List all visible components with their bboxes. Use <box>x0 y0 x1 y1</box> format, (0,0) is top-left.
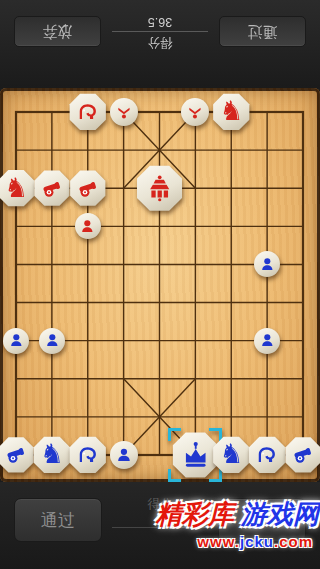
pawn-icon <box>259 332 276 349</box>
piece-red-pawn[interactable] <box>75 213 101 239</box>
score-divider <box>112 32 208 33</box>
piece-tile: ♞ <box>33 436 70 473</box>
knight-icon: ♞ <box>219 97 243 124</box>
elephant-icon <box>255 443 279 467</box>
piece-blue-pawn[interactable] <box>3 328 29 354</box>
opponent-score-value: 36.5 <box>148 15 172 29</box>
piece-tile <box>69 93 106 130</box>
advisor-icon <box>115 103 133 121</box>
pawn-icon <box>44 332 61 349</box>
piece-blue-pawn[interactable] <box>254 328 280 354</box>
piece-tile <box>75 213 101 239</box>
piece-blue-cannon[interactable] <box>285 437 320 473</box>
player-score-block: 得分 <box>110 498 210 528</box>
player-score-divider <box>112 527 208 528</box>
advisor-icon <box>115 446 133 464</box>
player-resign-button[interactable] <box>218 498 306 542</box>
piece-tile <box>69 436 106 473</box>
piece-tile <box>110 98 138 126</box>
piece-tile <box>254 328 280 354</box>
knight-icon: ♞ <box>219 440 243 467</box>
piece-grid: ♞♞♞♞ <box>0 93 320 474</box>
player-pass-button[interactable]: 通过 <box>14 498 102 542</box>
king-icon <box>145 174 174 203</box>
piece-blue-advisor[interactable] <box>110 441 138 469</box>
piece-tile: ♞ <box>213 93 250 130</box>
piece-red-cannon[interactable] <box>70 170 106 206</box>
piece-blue-pawn[interactable] <box>254 251 280 277</box>
xiangqi-board[interactable]: ♞♞♞♞ <box>0 88 320 482</box>
piece-tile <box>0 437 34 473</box>
piece-tile <box>181 98 209 126</box>
piece-tile: ♞ <box>213 436 250 473</box>
piece-tile <box>110 441 138 469</box>
piece-red-knight[interactable]: ♞ <box>0 170 35 207</box>
knight-icon: ♞ <box>4 174 28 201</box>
piece-tile: ♞ <box>0 170 35 207</box>
knight-icon: ♞ <box>40 440 64 467</box>
king-icon <box>181 440 210 469</box>
piece-tile <box>137 165 183 211</box>
piece-blue-king[interactable] <box>172 432 218 478</box>
piece-red-elephant[interactable] <box>69 93 106 130</box>
cannon-icon <box>4 443 27 466</box>
opponent-bar: 通过 得分 36.5 放弃 <box>0 0 320 88</box>
elephant-icon <box>76 443 100 467</box>
piece-red-advisor[interactable] <box>181 98 209 126</box>
xiangqi-app: 通过 得分 36.5 放弃 ♞♞♞♞ 通过 得分 精彩库 游戏网 www.jck… <box>0 0 320 569</box>
opponent-resign-button[interactable]: 放弃 <box>14 17 101 48</box>
piece-tile <box>254 251 280 277</box>
opponent-bar-rotated-content: 通过 得分 36.5 放弃 <box>0 0 320 88</box>
player-bar: 通过 得分 精彩库 游戏网 www.jcku.com <box>0 482 320 569</box>
piece-red-advisor[interactable] <box>110 98 138 126</box>
piece-blue-knight[interactable]: ♞ <box>213 436 250 473</box>
piece-tile <box>249 436 286 473</box>
advisor-icon <box>186 103 204 121</box>
piece-tile <box>285 437 320 473</box>
piece-tile <box>34 170 70 206</box>
pawn-icon <box>259 256 276 273</box>
piece-blue-cannon[interactable] <box>0 437 34 473</box>
piece-blue-knight[interactable]: ♞ <box>33 436 70 473</box>
opponent-pass-button[interactable]: 通过 <box>219 17 306 48</box>
piece-tile <box>39 328 65 354</box>
piece-tile <box>3 328 29 354</box>
selection-corner <box>168 428 181 441</box>
piece-red-king[interactable] <box>137 165 183 211</box>
opponent-score-label: 得分 <box>148 36 173 50</box>
piece-blue-elephant[interactable] <box>69 436 106 473</box>
cannon-icon <box>291 443 314 466</box>
opponent-score-block: 得分 36.5 <box>110 15 210 50</box>
piece-blue-elephant[interactable] <box>249 436 286 473</box>
pawn-icon <box>79 218 96 235</box>
elephant-icon <box>76 100 100 124</box>
selection-corner <box>168 469 181 482</box>
piece-tile <box>70 170 106 206</box>
pawn-icon <box>8 332 25 349</box>
piece-red-cannon[interactable] <box>34 170 70 206</box>
piece-blue-pawn[interactable] <box>39 328 65 354</box>
player-score-label: 得分 <box>148 498 173 512</box>
cannon-icon <box>40 177 63 200</box>
cannon-icon <box>76 177 99 200</box>
piece-red-knight[interactable]: ♞ <box>213 93 250 130</box>
